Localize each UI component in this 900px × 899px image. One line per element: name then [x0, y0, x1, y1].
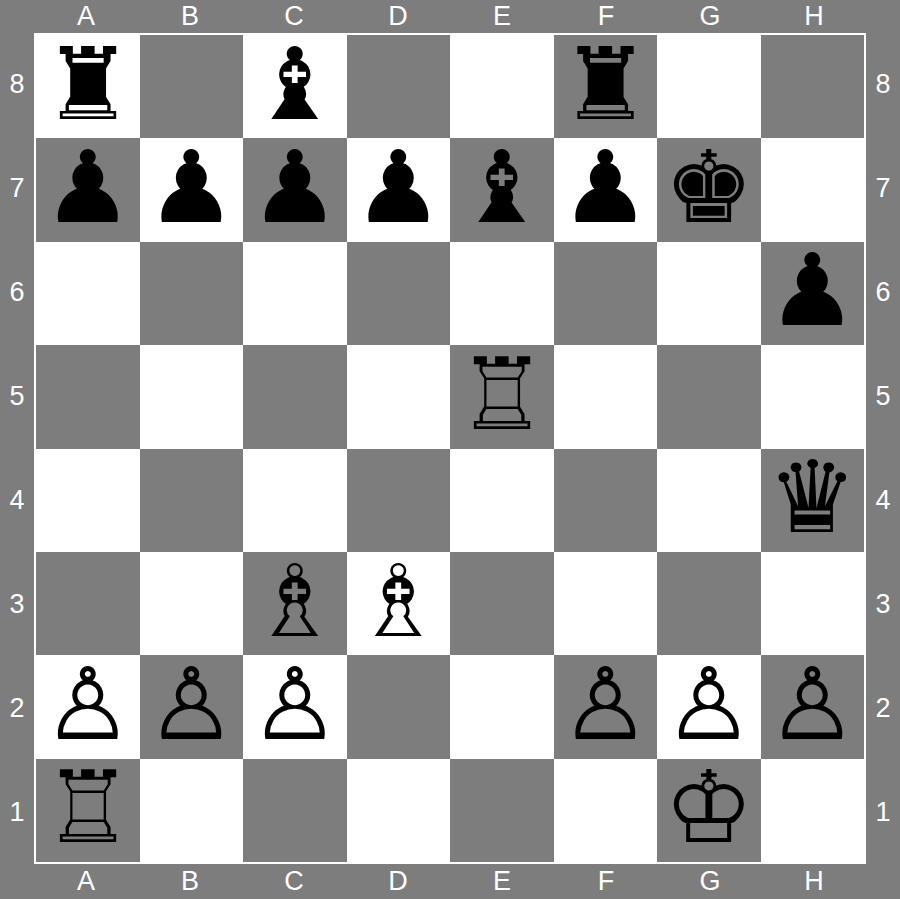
chess-diagram: ABCDEFGH 87654321 87654321 ABCDEFGH ♜♝♜♟… [0, 0, 900, 899]
square-g7[interactable]: ♚ [657, 138, 761, 241]
file-labels-bottom: ABCDEFGH [34, 864, 866, 899]
square-f5[interactable] [554, 345, 658, 448]
file-label-top-a: A [34, 0, 138, 33]
file-label-top-c: C [242, 0, 346, 33]
rank-label-right-4: 4 [866, 449, 900, 553]
rank-label-right-5: 5 [866, 345, 900, 449]
black-pawn-piece[interactable]: ♟ [43, 138, 133, 238]
square-f2[interactable]: ♙ [554, 655, 658, 758]
black-bishop-piece[interactable]: ♝ [250, 35, 340, 135]
rank-label-right-8: 8 [866, 33, 900, 137]
rank-label-left-4: 4 [0, 449, 34, 553]
square-g6[interactable] [657, 242, 761, 345]
square-d5[interactable] [347, 345, 451, 448]
square-h6[interactable]: ♟ [761, 242, 865, 345]
square-b8[interactable] [140, 35, 244, 138]
square-g8[interactable] [657, 35, 761, 138]
rank-label-right-6: 6 [866, 241, 900, 345]
square-f1[interactable] [554, 759, 658, 862]
square-e6[interactable] [450, 242, 554, 345]
file-label-bottom-e: E [450, 864, 554, 899]
square-c7[interactable]: ♟ [243, 138, 347, 241]
black-pawn-piece[interactable]: ♟ [560, 138, 650, 238]
rank-label-left-5: 5 [0, 345, 34, 449]
file-label-top-f: F [554, 0, 658, 33]
square-c2[interactable]: ♙ [243, 655, 347, 758]
square-b3[interactable] [140, 552, 244, 655]
square-h1[interactable] [761, 759, 865, 862]
black-pawn-piece[interactable]: ♟ [146, 138, 236, 238]
square-g5[interactable] [657, 345, 761, 448]
square-e1[interactable] [450, 759, 554, 862]
square-d1[interactable] [347, 759, 451, 862]
black-pawn-piece[interactable]: ♟ [250, 138, 340, 238]
square-d4[interactable] [347, 449, 451, 552]
square-h4[interactable]: ♛ [761, 449, 865, 552]
file-label-top-b: B [138, 0, 242, 33]
chess-board: ♜♝♜♟♟♟♟♝♟♚♟♖♛♗♗♙♙♙♙♙♙♖♔ [34, 33, 866, 864]
black-rook-piece[interactable]: ♜ [43, 35, 133, 135]
file-label-bottom-b: B [138, 864, 242, 899]
square-b7[interactable]: ♟ [140, 138, 244, 241]
file-label-bottom-a: A [34, 864, 138, 899]
square-e5[interactable]: ♖ [450, 345, 554, 448]
file-label-bottom-d: D [346, 864, 450, 899]
square-e3[interactable] [450, 552, 554, 655]
square-h3[interactable] [761, 552, 865, 655]
rank-label-left-2: 2 [0, 656, 34, 760]
black-queen-piece[interactable]: ♛ [767, 449, 857, 549]
rank-label-left-6: 6 [0, 241, 34, 345]
rank-label-left-7: 7 [0, 137, 34, 241]
file-label-bottom-c: C [242, 864, 346, 899]
white-pawn-piece[interactable]: ♙ [146, 655, 236, 755]
white-pawn-piece[interactable]: ♙ [560, 655, 650, 755]
rank-labels-left: 87654321 [0, 33, 34, 864]
square-h5[interactable] [761, 345, 865, 448]
black-king-piece[interactable]: ♚ [664, 138, 754, 238]
square-c1[interactable] [243, 759, 347, 862]
file-label-bottom-f: F [554, 864, 658, 899]
file-label-top-g: G [658, 0, 762, 33]
square-g3[interactable] [657, 552, 761, 655]
black-rook-piece[interactable]: ♜ [560, 35, 650, 135]
white-king-piece[interactable]: ♔ [664, 759, 754, 859]
square-h2[interactable]: ♙ [761, 655, 865, 758]
white-rook-piece[interactable]: ♖ [43, 759, 133, 859]
rank-label-right-1: 1 [866, 760, 900, 864]
white-pawn-piece[interactable]: ♙ [43, 655, 133, 755]
square-d7[interactable]: ♟ [347, 138, 451, 241]
file-label-top-d: D [346, 0, 450, 33]
square-b1[interactable] [140, 759, 244, 862]
square-h8[interactable] [761, 35, 865, 138]
square-g4[interactable] [657, 449, 761, 552]
rank-label-left-8: 8 [0, 33, 34, 137]
square-f4[interactable] [554, 449, 658, 552]
square-c6[interactable] [243, 242, 347, 345]
rank-label-right-2: 2 [866, 656, 900, 760]
black-pawn-piece[interactable]: ♟ [353, 138, 443, 238]
square-c3[interactable]: ♗ [243, 552, 347, 655]
square-b4[interactable] [140, 449, 244, 552]
white-bishop-piece[interactable]: ♗ [353, 552, 443, 652]
square-a8[interactable]: ♜ [36, 35, 140, 138]
white-rook-piece[interactable]: ♖ [457, 345, 547, 445]
square-c8[interactable]: ♝ [243, 35, 347, 138]
square-e7[interactable]: ♝ [450, 138, 554, 241]
file-label-top-h: H [762, 0, 866, 33]
rank-label-left-1: 1 [0, 760, 34, 864]
square-a4[interactable] [36, 449, 140, 552]
rank-label-left-3: 3 [0, 552, 34, 656]
square-a7[interactable]: ♟ [36, 138, 140, 241]
square-d6[interactable] [347, 242, 451, 345]
square-d2[interactable] [347, 655, 451, 758]
square-a2[interactable]: ♙ [36, 655, 140, 758]
rank-label-right-7: 7 [866, 137, 900, 241]
square-d3[interactable]: ♗ [347, 552, 451, 655]
file-labels-top: ABCDEFGH [34, 0, 866, 33]
square-f3[interactable] [554, 552, 658, 655]
square-a6[interactable] [36, 242, 140, 345]
white-pawn-piece[interactable]: ♙ [664, 655, 754, 755]
file-label-top-e: E [450, 0, 554, 33]
square-c5[interactable] [243, 345, 347, 448]
rank-labels-right: 87654321 [866, 33, 900, 864]
square-f6[interactable] [554, 242, 658, 345]
square-c4[interactable] [243, 449, 347, 552]
white-bishop-piece[interactable]: ♗ [250, 552, 340, 652]
rank-label-right-3: 3 [866, 552, 900, 656]
file-label-bottom-h: H [762, 864, 866, 899]
square-f8[interactable]: ♜ [554, 35, 658, 138]
file-label-bottom-g: G [658, 864, 762, 899]
square-h7[interactable] [761, 138, 865, 241]
square-e4[interactable] [450, 449, 554, 552]
square-d8[interactable] [347, 35, 451, 138]
square-g1[interactable]: ♔ [657, 759, 761, 862]
black-pawn-piece[interactable]: ♟ [767, 242, 857, 342]
white-pawn-piece[interactable]: ♙ [767, 655, 857, 755]
square-g2[interactable]: ♙ [657, 655, 761, 758]
square-b2[interactable]: ♙ [140, 655, 244, 758]
square-a3[interactable] [36, 552, 140, 655]
square-e2[interactable] [450, 655, 554, 758]
white-pawn-piece[interactable]: ♙ [250, 655, 340, 755]
black-bishop-piece[interactable]: ♝ [457, 138, 547, 238]
square-f7[interactable]: ♟ [554, 138, 658, 241]
square-b6[interactable] [140, 242, 244, 345]
square-e8[interactable] [450, 35, 554, 138]
square-a5[interactable] [36, 345, 140, 448]
square-b5[interactable] [140, 345, 244, 448]
square-a1[interactable]: ♖ [36, 759, 140, 862]
